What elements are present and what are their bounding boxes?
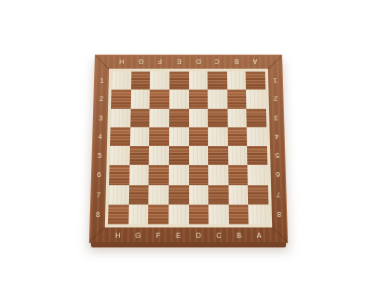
file-label-bottom-g: G <box>128 227 148 242</box>
square-c1 <box>208 72 227 90</box>
rank-label-right-5: 5 <box>270 146 285 165</box>
file-label-bottom-h: H <box>108 227 129 242</box>
frame-miter-top-left <box>95 56 109 70</box>
square-h3 <box>110 108 130 127</box>
square-b4 <box>228 127 248 146</box>
square-e4 <box>169 127 189 146</box>
square-g4 <box>130 127 150 146</box>
square-e6 <box>169 165 189 184</box>
file-label-top-g: G <box>131 56 150 69</box>
rank-label-right-1: 1 <box>268 72 282 90</box>
square-b1 <box>227 72 246 90</box>
board-frame: H G F E D C B A H G F E D C B A 1 <box>89 55 288 244</box>
square-g2 <box>130 90 150 108</box>
rank-label-left-5: 5 <box>92 146 107 165</box>
square-g1 <box>131 72 150 90</box>
square-a5 <box>247 146 267 165</box>
square-c6 <box>208 165 228 184</box>
square-f8 <box>148 204 168 224</box>
file-label-top-e: E <box>169 56 188 69</box>
square-f4 <box>149 127 169 146</box>
square-h8 <box>108 204 129 224</box>
file-label-top-h: H <box>112 56 131 69</box>
square-h2 <box>111 90 131 108</box>
file-label-bottom-c: C <box>209 227 229 242</box>
file-labels-bottom: H G F E D C B A <box>108 227 270 242</box>
square-a2 <box>246 90 266 108</box>
square-f2 <box>150 90 170 108</box>
square-d2 <box>189 90 208 108</box>
squares-grid <box>108 72 269 225</box>
file-label-bottom-b: B <box>229 227 249 242</box>
square-e2 <box>169 90 188 108</box>
file-label-top-a: A <box>246 56 265 69</box>
chess-board: H G F E D C B A H G F E D C B A 1 <box>89 55 288 244</box>
square-c7 <box>208 185 228 205</box>
rank-label-right-3: 3 <box>269 108 283 127</box>
square-c3 <box>208 108 228 127</box>
square-c4 <box>208 127 228 146</box>
square-h1 <box>111 72 131 90</box>
square-h7 <box>108 185 128 205</box>
rank-label-left-8: 8 <box>91 204 106 224</box>
file-label-bottom-d: D <box>189 227 209 242</box>
rank-label-left-2: 2 <box>94 90 108 108</box>
square-d4 <box>189 127 209 146</box>
square-d8 <box>189 204 209 224</box>
square-h6 <box>109 165 129 184</box>
file-label-bottom-a: A <box>249 227 270 242</box>
square-e1 <box>169 72 188 90</box>
square-f5 <box>149 146 169 165</box>
square-b6 <box>228 165 248 184</box>
square-g7 <box>128 185 148 205</box>
square-d6 <box>189 165 209 184</box>
square-a3 <box>247 108 267 127</box>
square-g6 <box>129 165 149 184</box>
square-h5 <box>110 146 130 165</box>
square-c2 <box>208 90 228 108</box>
square-d1 <box>189 72 208 90</box>
file-label-top-b: B <box>227 56 246 69</box>
square-b7 <box>228 185 248 205</box>
frame-miter-bottom-left <box>90 226 106 242</box>
square-g5 <box>129 146 149 165</box>
square-e7 <box>168 185 188 205</box>
square-a7 <box>248 185 268 205</box>
square-g3 <box>130 108 150 127</box>
file-label-top-f: F <box>150 56 169 69</box>
square-f1 <box>150 72 169 90</box>
rank-label-left-4: 4 <box>93 127 108 146</box>
rank-label-left-6: 6 <box>92 165 107 184</box>
rank-label-right-7: 7 <box>271 185 286 205</box>
square-e8 <box>168 204 188 224</box>
file-label-bottom-f: F <box>148 227 168 242</box>
rank-label-right-2: 2 <box>268 90 282 108</box>
rank-label-left-1: 1 <box>95 72 109 90</box>
square-f7 <box>148 185 168 205</box>
square-b2 <box>227 90 247 108</box>
photo-background: H G F E D C B A H G F E D C B A 1 <box>0 0 377 293</box>
file-label-bottom-e: E <box>168 227 188 242</box>
playing-field-maple-border <box>105 69 272 228</box>
square-f6 <box>149 165 169 184</box>
square-b8 <box>229 204 249 224</box>
rank-label-left-3: 3 <box>94 108 108 127</box>
square-a6 <box>248 165 268 184</box>
frame-miter-bottom-right <box>272 226 288 242</box>
square-d7 <box>189 185 209 205</box>
square-f3 <box>149 108 169 127</box>
rank-label-right-6: 6 <box>271 165 286 184</box>
square-h4 <box>110 127 130 146</box>
square-e5 <box>169 146 189 165</box>
frame-miter-top-right <box>267 56 281 70</box>
square-a1 <box>246 72 266 90</box>
square-c5 <box>208 146 228 165</box>
square-b3 <box>227 108 247 127</box>
file-label-top-c: C <box>208 56 227 69</box>
square-d3 <box>189 108 209 127</box>
square-b5 <box>228 146 248 165</box>
square-g8 <box>128 204 148 224</box>
square-c8 <box>209 204 229 224</box>
square-a4 <box>247 127 267 146</box>
square-e3 <box>169 108 189 127</box>
square-d5 <box>189 146 209 165</box>
square-a8 <box>249 204 270 224</box>
file-labels-top: H G F E D C B A <box>112 56 265 69</box>
rank-label-left-7: 7 <box>91 185 106 205</box>
rank-label-right-4: 4 <box>269 127 284 146</box>
rank-label-right-8: 8 <box>272 204 287 224</box>
file-label-top-d: D <box>189 56 208 69</box>
